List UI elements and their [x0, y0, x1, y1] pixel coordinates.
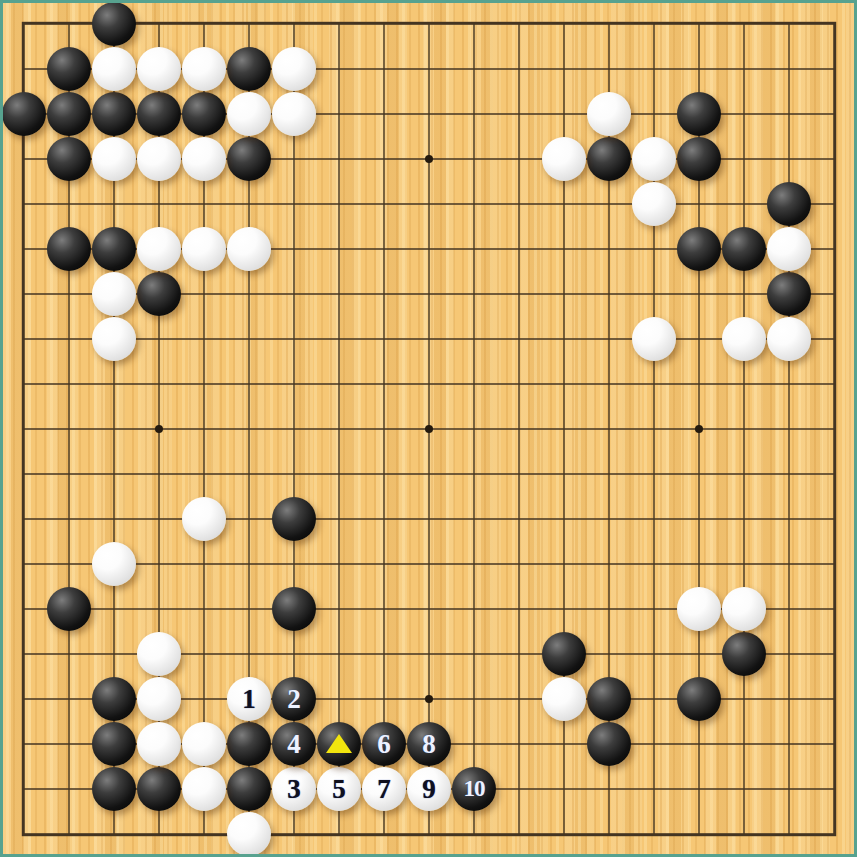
white-stone-R12[interactable] [722, 317, 766, 361]
black-stone-B6[interactable] [47, 587, 91, 631]
white-stone-E3[interactable] [182, 722, 226, 766]
white-stone-D14[interactable] [137, 227, 181, 271]
white-stone-P15[interactable] [632, 182, 676, 226]
black-stone-F18[interactable] [227, 47, 271, 91]
move-4-black-stone-G3[interactable]: 4 [272, 722, 316, 766]
black-stone-Q4[interactable] [677, 677, 721, 721]
marked-black-stone-H3[interactable] [317, 722, 361, 766]
white-stone-E18[interactable] [182, 47, 226, 91]
black-stone-C4[interactable] [92, 677, 136, 721]
white-stone-C7[interactable] [92, 542, 136, 586]
white-stone-P16[interactable] [632, 137, 676, 181]
white-stone-G18[interactable] [272, 47, 316, 91]
black-stone-D13[interactable] [137, 272, 181, 316]
move-number-label: 5 [332, 767, 346, 811]
white-stone-D4[interactable] [137, 677, 181, 721]
move-number-label: 7 [377, 767, 391, 811]
move-9-white-stone-K2[interactable]: 9 [407, 767, 451, 811]
black-stone-Q16[interactable] [677, 137, 721, 181]
go-board: 12345678910 [0, 0, 857, 857]
white-stone-E2[interactable] [182, 767, 226, 811]
move-8-black-stone-K3[interactable]: 8 [407, 722, 451, 766]
stones-layer: 12345678910 [0, 0, 857, 857]
black-stone-O16[interactable] [587, 137, 631, 181]
move-number-label: 3 [287, 767, 301, 811]
black-stone-O4[interactable] [587, 677, 631, 721]
black-stone-F2[interactable] [227, 767, 271, 811]
white-stone-O17[interactable] [587, 92, 631, 136]
black-stone-Q17[interactable] [677, 92, 721, 136]
white-stone-F17[interactable] [227, 92, 271, 136]
black-stone-B17[interactable] [47, 92, 91, 136]
black-stone-B18[interactable] [47, 47, 91, 91]
white-stone-Q6[interactable] [677, 587, 721, 631]
move-number-label: 2 [287, 677, 301, 721]
white-stone-D3[interactable] [137, 722, 181, 766]
black-stone-B16[interactable] [47, 137, 91, 181]
white-stone-F14[interactable] [227, 227, 271, 271]
white-stone-F1[interactable] [227, 812, 271, 856]
white-stone-E8[interactable] [182, 497, 226, 541]
move-number-label: 1 [242, 677, 256, 721]
black-stone-C17[interactable] [92, 92, 136, 136]
move-number-label: 10 [464, 767, 485, 811]
black-stone-N5[interactable] [542, 632, 586, 676]
move-number-label: 9 [422, 767, 436, 811]
black-stone-C3[interactable] [92, 722, 136, 766]
move-7-white-stone-J2[interactable]: 7 [362, 767, 406, 811]
white-stone-N4[interactable] [542, 677, 586, 721]
black-stone-F3[interactable] [227, 722, 271, 766]
move-2-black-stone-G4[interactable]: 2 [272, 677, 316, 721]
white-stone-D5[interactable] [137, 632, 181, 676]
white-stone-E16[interactable] [182, 137, 226, 181]
white-stone-N16[interactable] [542, 137, 586, 181]
black-stone-O3[interactable] [587, 722, 631, 766]
white-stone-C12[interactable] [92, 317, 136, 361]
black-stone-B14[interactable] [47, 227, 91, 271]
black-stone-R14[interactable] [722, 227, 766, 271]
black-stone-C19[interactable] [92, 2, 136, 46]
black-stone-A17[interactable] [2, 92, 46, 136]
black-stone-R5[interactable] [722, 632, 766, 676]
white-stone-G17[interactable] [272, 92, 316, 136]
move-6-black-stone-J3[interactable]: 6 [362, 722, 406, 766]
white-stone-S14[interactable] [767, 227, 811, 271]
black-stone-F16[interactable] [227, 137, 271, 181]
white-stone-C18[interactable] [92, 47, 136, 91]
black-stone-C2[interactable] [92, 767, 136, 811]
black-stone-G6[interactable] [272, 587, 316, 631]
triangle-marker-icon [326, 734, 352, 753]
white-stone-D16[interactable] [137, 137, 181, 181]
move-number-label: 6 [377, 722, 391, 766]
white-stone-E14[interactable] [182, 227, 226, 271]
black-stone-S15[interactable] [767, 182, 811, 226]
move-number-label: 4 [287, 722, 301, 766]
white-stone-C13[interactable] [92, 272, 136, 316]
white-stone-C16[interactable] [92, 137, 136, 181]
move-10-black-stone-L2[interactable]: 10 [452, 767, 496, 811]
move-number-label: 8 [422, 722, 436, 766]
black-stone-C14[interactable] [92, 227, 136, 271]
white-stone-R6[interactable] [722, 587, 766, 631]
black-stone-Q14[interactable] [677, 227, 721, 271]
black-stone-S13[interactable] [767, 272, 811, 316]
white-stone-D18[interactable] [137, 47, 181, 91]
move-3-white-stone-G2[interactable]: 3 [272, 767, 316, 811]
black-stone-E17[interactable] [182, 92, 226, 136]
white-stone-P12[interactable] [632, 317, 676, 361]
move-1-white-stone-F4[interactable]: 1 [227, 677, 271, 721]
white-stone-S12[interactable] [767, 317, 811, 361]
black-stone-D17[interactable] [137, 92, 181, 136]
move-5-white-stone-H2[interactable]: 5 [317, 767, 361, 811]
go-board-app: 12345678910 [0, 0, 857, 857]
black-stone-D2[interactable] [137, 767, 181, 811]
black-stone-G8[interactable] [272, 497, 316, 541]
